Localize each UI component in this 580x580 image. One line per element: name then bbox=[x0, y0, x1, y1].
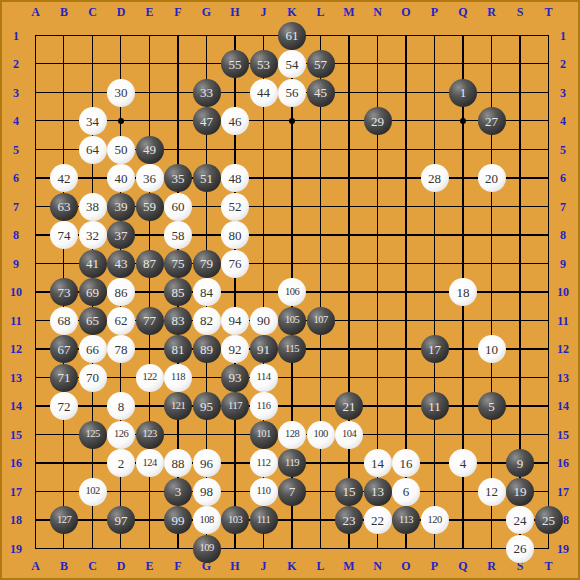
col-label-bottom-N: N bbox=[364, 558, 392, 574]
row-label-right-4: 4 bbox=[549, 113, 577, 129]
row-label-right-2: 2 bbox=[549, 56, 577, 72]
row-label-left-14: 14 bbox=[2, 398, 30, 414]
stone-B7: 63 bbox=[50, 193, 78, 221]
stone-H18: 103 bbox=[221, 506, 249, 534]
stone-G19: 109 bbox=[193, 535, 221, 563]
stone-E9: 87 bbox=[136, 250, 164, 278]
col-label-bottom-P: P bbox=[421, 558, 449, 574]
stone-S16: 9 bbox=[506, 449, 534, 477]
col-label-bottom-H: H bbox=[221, 558, 249, 574]
col-label-bottom-D: D bbox=[107, 558, 135, 574]
stone-P18: 120 bbox=[421, 506, 449, 534]
stone-D3: 30 bbox=[107, 79, 135, 107]
stone-D7: 39 bbox=[107, 193, 135, 221]
stone-J12: 91 bbox=[250, 335, 278, 363]
stone-J16: 112 bbox=[250, 449, 278, 477]
stone-B6: 42 bbox=[50, 164, 78, 192]
row-label-right-7: 7 bbox=[549, 199, 577, 215]
stone-E16: 124 bbox=[136, 449, 164, 477]
stone-Q3: 1 bbox=[449, 79, 477, 107]
stone-M18: 23 bbox=[335, 506, 363, 534]
stone-B18: 127 bbox=[50, 506, 78, 534]
stone-D14: 8 bbox=[107, 392, 135, 420]
stone-D9: 43 bbox=[107, 250, 135, 278]
row-label-left-10: 10 bbox=[2, 284, 30, 300]
col-label-bottom-F: F bbox=[164, 558, 192, 574]
stone-J14: 116 bbox=[250, 392, 278, 420]
stone-Q10: 18 bbox=[449, 278, 477, 306]
row-label-left-19: 19 bbox=[2, 541, 30, 557]
stone-D16: 2 bbox=[107, 449, 135, 477]
stone-H11: 94 bbox=[221, 307, 249, 335]
stone-N16: 14 bbox=[364, 449, 392, 477]
row-label-right-15: 15 bbox=[549, 427, 577, 443]
stone-P6: 28 bbox=[421, 164, 449, 192]
stone-L3: 45 bbox=[307, 79, 335, 107]
stone-R17: 12 bbox=[478, 478, 506, 506]
row-label-left-5: 5 bbox=[2, 142, 30, 158]
stone-H9: 76 bbox=[221, 250, 249, 278]
stone-B12: 67 bbox=[50, 335, 78, 363]
stone-S18: 24 bbox=[506, 506, 534, 534]
stone-D12: 78 bbox=[107, 335, 135, 363]
stone-C7: 38 bbox=[79, 193, 107, 221]
stone-D5: 50 bbox=[107, 136, 135, 164]
col-label-bottom-O: O bbox=[392, 558, 420, 574]
star-point-Q4 bbox=[460, 118, 466, 124]
col-label-top-O: O bbox=[392, 4, 420, 20]
col-label-bottom-E: E bbox=[136, 558, 164, 574]
row-label-right-5: 5 bbox=[549, 142, 577, 158]
stone-C8: 32 bbox=[79, 221, 107, 249]
col-label-bottom-R: R bbox=[478, 558, 506, 574]
stone-C9: 41 bbox=[79, 250, 107, 278]
stone-K1: 61 bbox=[278, 22, 306, 50]
col-label-bottom-T: T bbox=[535, 558, 563, 574]
stone-S19: 26 bbox=[506, 535, 534, 563]
stone-K3: 56 bbox=[278, 79, 306, 107]
stone-H13: 93 bbox=[221, 364, 249, 392]
row-label-right-11: 11 bbox=[549, 313, 577, 329]
stone-M17: 15 bbox=[335, 478, 363, 506]
stone-G4: 47 bbox=[193, 107, 221, 135]
stone-G18: 108 bbox=[193, 506, 221, 534]
stone-J2: 53 bbox=[250, 50, 278, 78]
col-label-bottom-M: M bbox=[335, 558, 363, 574]
col-label-top-E: E bbox=[136, 4, 164, 20]
stone-K16: 119 bbox=[278, 449, 306, 477]
stone-D8: 37 bbox=[107, 221, 135, 249]
col-label-top-H: H bbox=[221, 4, 249, 20]
row-label-left-12: 12 bbox=[2, 341, 30, 357]
stone-H14: 117 bbox=[221, 392, 249, 420]
stone-D6: 40 bbox=[107, 164, 135, 192]
stone-E15: 123 bbox=[136, 421, 164, 449]
stone-R4: 27 bbox=[478, 107, 506, 135]
stone-C11: 65 bbox=[79, 307, 107, 335]
stone-O17: 6 bbox=[392, 478, 420, 506]
stone-T18: 25 bbox=[535, 506, 563, 534]
stone-C5: 64 bbox=[79, 136, 107, 164]
stone-R12: 10 bbox=[478, 335, 506, 363]
stone-G6: 51 bbox=[193, 164, 221, 192]
stone-N18: 22 bbox=[364, 506, 392, 534]
stone-F14: 121 bbox=[164, 392, 192, 420]
stone-G16: 96 bbox=[193, 449, 221, 477]
row-label-right-17: 17 bbox=[549, 484, 577, 500]
row-label-right-3: 3 bbox=[549, 85, 577, 101]
stone-P12: 17 bbox=[421, 335, 449, 363]
stone-K11: 105 bbox=[278, 307, 306, 335]
col-label-top-M: M bbox=[335, 4, 363, 20]
col-label-top-C: C bbox=[79, 4, 107, 20]
stone-G9: 79 bbox=[193, 250, 221, 278]
stone-H7: 52 bbox=[221, 193, 249, 221]
stone-C15: 125 bbox=[79, 421, 107, 449]
stone-L11: 107 bbox=[307, 307, 335, 335]
col-label-top-D: D bbox=[107, 4, 135, 20]
stone-F11: 83 bbox=[164, 307, 192, 335]
stone-J3: 44 bbox=[250, 79, 278, 107]
stone-C13: 70 bbox=[79, 364, 107, 392]
stone-K10: 106 bbox=[278, 278, 306, 306]
col-label-bottom-L: L bbox=[307, 558, 335, 574]
stone-B8: 74 bbox=[50, 221, 78, 249]
stone-M14: 21 bbox=[335, 392, 363, 420]
col-label-top-A: A bbox=[22, 4, 50, 20]
col-label-bottom-Q: Q bbox=[449, 558, 477, 574]
col-label-top-J: J bbox=[250, 4, 278, 20]
row-label-left-9: 9 bbox=[2, 256, 30, 272]
stone-O16: 16 bbox=[392, 449, 420, 477]
stone-H2: 55 bbox=[221, 50, 249, 78]
stone-J11: 90 bbox=[250, 307, 278, 335]
row-label-left-6: 6 bbox=[2, 170, 30, 186]
stone-G10: 84 bbox=[193, 278, 221, 306]
stone-F17: 3 bbox=[164, 478, 192, 506]
go-board[interactable]: AABBCCDDEEFFGGHHJJKKLLMMNNOOPPQQRRSSTT11… bbox=[0, 0, 580, 580]
stone-M15: 104 bbox=[335, 421, 363, 449]
row-label-left-15: 15 bbox=[2, 427, 30, 443]
row-label-right-19: 19 bbox=[549, 541, 577, 557]
col-label-top-F: F bbox=[164, 4, 192, 20]
stone-E7: 59 bbox=[136, 193, 164, 221]
row-label-right-10: 10 bbox=[549, 284, 577, 300]
stone-G17: 98 bbox=[193, 478, 221, 506]
stone-F10: 85 bbox=[164, 278, 192, 306]
stone-P14: 11 bbox=[421, 392, 449, 420]
stone-E11: 77 bbox=[136, 307, 164, 335]
stone-F18: 99 bbox=[164, 506, 192, 534]
stone-N4: 29 bbox=[364, 107, 392, 135]
stone-H8: 80 bbox=[221, 221, 249, 249]
row-label-left-4: 4 bbox=[2, 113, 30, 129]
row-label-right-14: 14 bbox=[549, 398, 577, 414]
stone-S17: 19 bbox=[506, 478, 534, 506]
row-label-left-18: 18 bbox=[2, 512, 30, 528]
col-label-top-K: K bbox=[278, 4, 306, 20]
row-label-right-16: 16 bbox=[549, 455, 577, 471]
col-label-top-T: T bbox=[535, 4, 563, 20]
stone-F8: 58 bbox=[164, 221, 192, 249]
stone-E5: 49 bbox=[136, 136, 164, 164]
stone-D18: 97 bbox=[107, 506, 135, 534]
stone-F16: 88 bbox=[164, 449, 192, 477]
stone-C10: 69 bbox=[79, 278, 107, 306]
col-label-bottom-J: J bbox=[250, 558, 278, 574]
col-label-bottom-K: K bbox=[278, 558, 306, 574]
stone-H6: 48 bbox=[221, 164, 249, 192]
stone-K12: 115 bbox=[278, 335, 306, 363]
stone-F9: 75 bbox=[164, 250, 192, 278]
col-label-bottom-B: B bbox=[50, 558, 78, 574]
row-label-left-1: 1 bbox=[2, 28, 30, 44]
stone-R14: 5 bbox=[478, 392, 506, 420]
row-label-right-12: 12 bbox=[549, 341, 577, 357]
col-label-bottom-C: C bbox=[79, 558, 107, 574]
row-label-left-13: 13 bbox=[2, 370, 30, 386]
stone-J18: 111 bbox=[250, 506, 278, 534]
col-label-top-N: N bbox=[364, 4, 392, 20]
stone-B13: 71 bbox=[50, 364, 78, 392]
row-label-right-6: 6 bbox=[549, 170, 577, 186]
row-label-left-3: 3 bbox=[2, 85, 30, 101]
stone-C17: 102 bbox=[79, 478, 107, 506]
stone-F12: 81 bbox=[164, 335, 192, 363]
star-point-K4 bbox=[289, 118, 295, 124]
stone-L2: 57 bbox=[307, 50, 335, 78]
stone-D15: 126 bbox=[107, 421, 135, 449]
row-label-left-17: 17 bbox=[2, 484, 30, 500]
row-label-left-8: 8 bbox=[2, 227, 30, 243]
stone-K2: 54 bbox=[278, 50, 306, 78]
stone-E6: 36 bbox=[136, 164, 164, 192]
row-label-right-1: 1 bbox=[549, 28, 577, 44]
stone-F6: 35 bbox=[164, 164, 192, 192]
col-label-top-P: P bbox=[421, 4, 449, 20]
col-label-top-Q: Q bbox=[449, 4, 477, 20]
row-label-left-11: 11 bbox=[2, 313, 30, 329]
stone-C4: 34 bbox=[79, 107, 107, 135]
stone-G14: 95 bbox=[193, 392, 221, 420]
stone-J17: 110 bbox=[250, 478, 278, 506]
col-label-bottom-A: A bbox=[22, 558, 50, 574]
stone-B10: 73 bbox=[50, 278, 78, 306]
stone-H12: 92 bbox=[221, 335, 249, 363]
stone-K15: 128 bbox=[278, 421, 306, 449]
stone-R6: 20 bbox=[478, 164, 506, 192]
col-label-top-L: L bbox=[307, 4, 335, 20]
star-point-D4 bbox=[118, 118, 124, 124]
col-label-top-S: S bbox=[506, 4, 534, 20]
row-label-left-7: 7 bbox=[2, 199, 30, 215]
stone-F13: 118 bbox=[164, 364, 192, 392]
stone-G3: 33 bbox=[193, 79, 221, 107]
stone-C12: 66 bbox=[79, 335, 107, 363]
stone-E13: 122 bbox=[136, 364, 164, 392]
row-label-right-9: 9 bbox=[549, 256, 577, 272]
stone-G12: 89 bbox=[193, 335, 221, 363]
stone-O18: 113 bbox=[392, 506, 420, 534]
stone-J15: 101 bbox=[250, 421, 278, 449]
stone-K17: 7 bbox=[278, 478, 306, 506]
col-label-top-B: B bbox=[50, 4, 78, 20]
stone-G11: 82 bbox=[193, 307, 221, 335]
stone-D11: 62 bbox=[107, 307, 135, 335]
stone-Q16: 4 bbox=[449, 449, 477, 477]
stone-N17: 13 bbox=[364, 478, 392, 506]
row-label-left-16: 16 bbox=[2, 455, 30, 471]
stone-H4: 46 bbox=[221, 107, 249, 135]
stone-B14: 72 bbox=[50, 392, 78, 420]
col-label-top-R: R bbox=[478, 4, 506, 20]
stone-L15: 100 bbox=[307, 421, 335, 449]
stone-J13: 114 bbox=[250, 364, 278, 392]
row-label-right-8: 8 bbox=[549, 227, 577, 243]
stone-B11: 68 bbox=[50, 307, 78, 335]
col-label-top-G: G bbox=[193, 4, 221, 20]
row-label-right-13: 13 bbox=[549, 370, 577, 386]
stone-D10: 86 bbox=[107, 278, 135, 306]
stone-F7: 60 bbox=[164, 193, 192, 221]
row-label-left-2: 2 bbox=[2, 56, 30, 72]
